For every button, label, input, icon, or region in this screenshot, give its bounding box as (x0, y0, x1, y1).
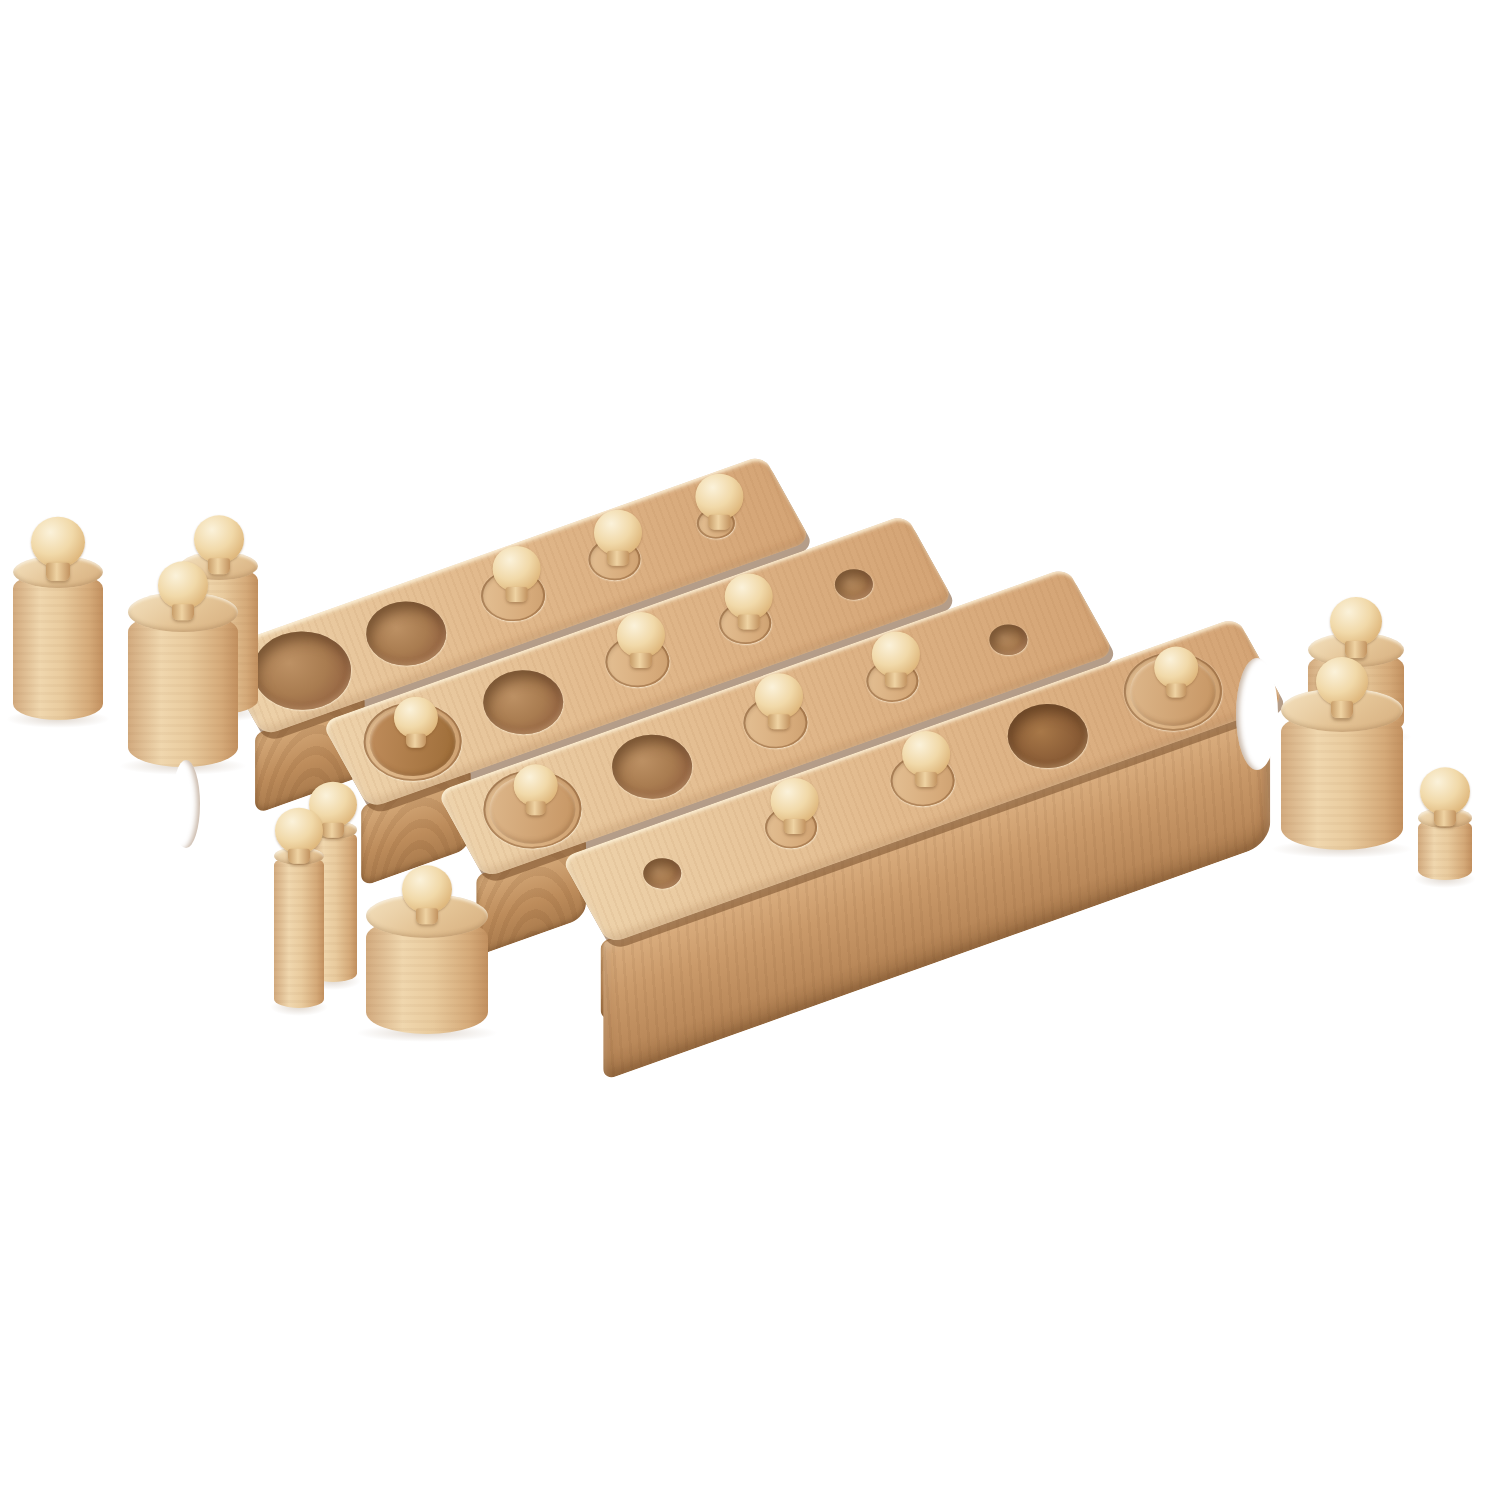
cylinder-far-left (13, 572, 103, 720)
cylinder-bottom-wide (366, 916, 488, 1034)
cylinder-left-pair-front-body (128, 612, 238, 767)
cylinder-bottom-tall-front-body (274, 856, 324, 1008)
knob-head-icon (1330, 597, 1382, 646)
knob-neck (1331, 701, 1354, 718)
cylinder-left-pair-front (128, 612, 238, 767)
knob-neck (208, 558, 230, 574)
cylinder-bottom-wide-knob (402, 865, 452, 924)
knob-head-icon (31, 517, 85, 568)
cylinder-right-back-knob (1330, 597, 1382, 658)
knob-head-icon (158, 561, 208, 609)
cylinder-right-small (1418, 818, 1472, 880)
knob-neck (416, 908, 438, 924)
knob-head-icon (1316, 657, 1368, 706)
block-1-end-face-notch (172, 760, 200, 848)
knob-head-icon (402, 865, 452, 913)
knob-neck (172, 604, 194, 620)
knob-head-icon (194, 515, 244, 563)
knob-neck (322, 822, 343, 837)
knob-neck (1434, 810, 1456, 826)
knob-neck (46, 563, 70, 580)
knob-neck (288, 848, 309, 863)
knob-head-icon (275, 808, 323, 854)
cylinder-right-front-knob (1316, 657, 1368, 718)
cylinder-far-left-body (13, 572, 103, 720)
knob-neck (1345, 641, 1368, 658)
cylinder-bottom-tall-front (274, 856, 324, 1008)
block-4-right-end-notch (1236, 658, 1278, 770)
cylinder-right-small-knob (1420, 767, 1470, 826)
cylinder-right-front (1281, 710, 1403, 850)
cylinder-far-left-knob (31, 517, 85, 581)
loose-cylinders-layer (0, 0, 1500, 1500)
cylinder-left-pair-front-knob (158, 561, 208, 620)
cylinder-bottom-tall-front-knob (275, 808, 323, 864)
montessori-cylinder-blocks-photo (0, 0, 1500, 1500)
knob-head-icon (1420, 767, 1470, 815)
